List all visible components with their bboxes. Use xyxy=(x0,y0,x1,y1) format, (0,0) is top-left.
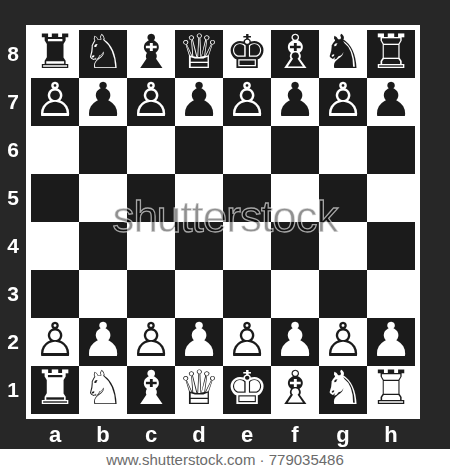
file-label-b: b xyxy=(79,422,127,448)
square-g3[interactable] xyxy=(319,270,367,318)
square-h6[interactable] xyxy=(367,126,415,174)
piece-black-bishop[interactable]: ♝ xyxy=(130,28,172,76)
square-c7[interactable]: ♙ xyxy=(127,78,175,126)
square-g4[interactable] xyxy=(319,222,367,270)
piece-black-pawn[interactable]: ♟ xyxy=(178,76,220,124)
square-d4[interactable] xyxy=(175,222,223,270)
square-h3[interactable] xyxy=(367,270,415,318)
rank-label-6: 6 xyxy=(0,126,26,174)
square-e4[interactable] xyxy=(223,222,271,270)
piece-black-bishop[interactable]: ♗ xyxy=(274,28,316,76)
rank-labels: 87654321 xyxy=(0,30,26,414)
piece-white-queen[interactable]: ♕ xyxy=(178,364,220,412)
file-label-f: f xyxy=(271,422,319,448)
square-d1[interactable]: ♕ xyxy=(175,366,223,414)
piece-white-knight[interactable]: ♘ xyxy=(82,364,124,412)
piece-white-knight[interactable]: ♞ xyxy=(322,364,364,412)
square-f6[interactable] xyxy=(271,126,319,174)
piece-black-queen[interactable]: ♕ xyxy=(178,28,220,76)
square-e8[interactable]: ♚ xyxy=(223,30,271,78)
piece-white-pawn[interactable]: ♙ xyxy=(130,316,172,364)
piece-white-pawn[interactable]: ♟ xyxy=(274,316,316,364)
square-f5[interactable] xyxy=(271,174,319,222)
file-label-a: a xyxy=(31,422,79,448)
square-c1[interactable]: ♝ xyxy=(127,366,175,414)
square-b3[interactable] xyxy=(79,270,127,318)
square-b4[interactable] xyxy=(79,222,127,270)
stock-chess-diagram: 87654321 ♜♘♝♕♚♗♞♖♙♟♙♟♙♟♙♟♙♟♙♟♙♟♙♟♜♘♝♕♚♗♞… xyxy=(0,0,450,470)
piece-white-pawn[interactable]: ♟ xyxy=(82,316,124,364)
square-h5[interactable] xyxy=(367,174,415,222)
file-labels: abcdefgh xyxy=(31,422,415,448)
rank-label-3: 3 xyxy=(0,270,26,318)
square-d5[interactable] xyxy=(175,174,223,222)
file-label-g: g xyxy=(319,422,367,448)
rank-label-7: 7 xyxy=(0,78,26,126)
square-d7[interactable]: ♟ xyxy=(175,78,223,126)
rank-label-2: 2 xyxy=(0,318,26,366)
square-a1[interactable]: ♜ xyxy=(31,366,79,414)
piece-black-pawn[interactable]: ♟ xyxy=(82,76,124,124)
square-f1[interactable]: ♗ xyxy=(271,366,319,414)
piece-white-pawn[interactable]: ♟ xyxy=(178,316,220,364)
square-a5[interactable] xyxy=(31,174,79,222)
square-a8[interactable]: ♜ xyxy=(31,30,79,78)
square-a6[interactable] xyxy=(31,126,79,174)
square-h1[interactable]: ♖ xyxy=(367,366,415,414)
piece-white-pawn[interactable]: ♟ xyxy=(370,316,412,364)
square-b2[interactable]: ♟ xyxy=(79,318,127,366)
square-h7[interactable]: ♟ xyxy=(367,78,415,126)
square-f3[interactable] xyxy=(271,270,319,318)
square-d3[interactable] xyxy=(175,270,223,318)
square-a2[interactable]: ♙ xyxy=(31,318,79,366)
file-label-h: h xyxy=(367,422,415,448)
piece-white-pawn[interactable]: ♙ xyxy=(34,316,76,364)
square-g7[interactable]: ♙ xyxy=(319,78,367,126)
square-c3[interactable] xyxy=(127,270,175,318)
square-b6[interactable] xyxy=(79,126,127,174)
square-e7[interactable]: ♙ xyxy=(223,78,271,126)
square-e3[interactable] xyxy=(223,270,271,318)
square-e1[interactable]: ♚ xyxy=(223,366,271,414)
watermark-footer-strip: www.shutterstock.com · 779035486 xyxy=(0,449,450,470)
piece-black-pawn[interactable]: ♟ xyxy=(274,76,316,124)
rank-label-1: 1 xyxy=(0,366,26,414)
square-d6[interactable] xyxy=(175,126,223,174)
square-a3[interactable] xyxy=(31,270,79,318)
square-b7[interactable]: ♟ xyxy=(79,78,127,126)
square-f2[interactable]: ♟ xyxy=(271,318,319,366)
square-e6[interactable] xyxy=(223,126,271,174)
piece-white-rook[interactable]: ♜ xyxy=(34,364,76,412)
piece-white-rook[interactable]: ♖ xyxy=(370,364,412,412)
chess-board: ♜♘♝♕♚♗♞♖♙♟♙♟♙♟♙♟♙♟♙♟♙♟♙♟♜♘♝♕♚♗♞♖ xyxy=(26,25,420,419)
square-g2[interactable]: ♙ xyxy=(319,318,367,366)
square-b1[interactable]: ♘ xyxy=(79,366,127,414)
square-c2[interactable]: ♙ xyxy=(127,318,175,366)
rank-label-4: 4 xyxy=(0,222,26,270)
piece-black-king[interactable]: ♚ xyxy=(226,28,268,76)
square-a4[interactable] xyxy=(31,222,79,270)
file-label-e: e xyxy=(223,422,271,448)
piece-black-knight[interactable]: ♘ xyxy=(82,28,124,76)
piece-black-pawn[interactable]: ♟ xyxy=(370,76,412,124)
square-c8[interactable]: ♝ xyxy=(127,30,175,78)
square-b5[interactable] xyxy=(79,174,127,222)
square-g1[interactable]: ♞ xyxy=(319,366,367,414)
rank-label-8: 8 xyxy=(0,30,26,78)
square-a7[interactable]: ♙ xyxy=(31,78,79,126)
square-h4[interactable] xyxy=(367,222,415,270)
piece-black-pawn[interactable]: ♙ xyxy=(226,76,268,124)
square-c6[interactable] xyxy=(127,126,175,174)
piece-white-bishop[interactable]: ♗ xyxy=(274,364,316,412)
square-e5[interactable] xyxy=(223,174,271,222)
piece-white-king[interactable]: ♚ xyxy=(226,364,268,412)
square-d2[interactable]: ♟ xyxy=(175,318,223,366)
square-h2[interactable]: ♟ xyxy=(367,318,415,366)
square-h8[interactable]: ♖ xyxy=(367,30,415,78)
square-f8[interactable]: ♗ xyxy=(271,30,319,78)
piece-black-pawn[interactable]: ♙ xyxy=(34,76,76,124)
piece-black-rook[interactable]: ♜ xyxy=(34,28,76,76)
square-c4[interactable] xyxy=(127,222,175,270)
square-d8[interactable]: ♕ xyxy=(175,30,223,78)
square-c5[interactable] xyxy=(127,174,175,222)
piece-white-pawn[interactable]: ♙ xyxy=(322,316,364,364)
piece-white-pawn[interactable]: ♙ xyxy=(226,316,268,364)
piece-black-rook[interactable]: ♖ xyxy=(370,28,412,76)
file-label-d: d xyxy=(175,422,223,448)
file-label-c: c xyxy=(127,422,175,448)
square-f7[interactable]: ♟ xyxy=(271,78,319,126)
square-f4[interactable] xyxy=(271,222,319,270)
square-g8[interactable]: ♞ xyxy=(319,30,367,78)
piece-black-pawn[interactable]: ♙ xyxy=(130,76,172,124)
piece-black-knight[interactable]: ♞ xyxy=(322,28,364,76)
square-g5[interactable] xyxy=(319,174,367,222)
piece-white-bishop[interactable]: ♝ xyxy=(130,364,172,412)
square-e2[interactable]: ♙ xyxy=(223,318,271,366)
piece-black-pawn[interactable]: ♙ xyxy=(322,76,364,124)
watermark-footer-text: www.shutterstock.com · 779035486 xyxy=(106,451,344,468)
square-b8[interactable]: ♘ xyxy=(79,30,127,78)
square-g6[interactable] xyxy=(319,126,367,174)
rank-label-5: 5 xyxy=(0,174,26,222)
